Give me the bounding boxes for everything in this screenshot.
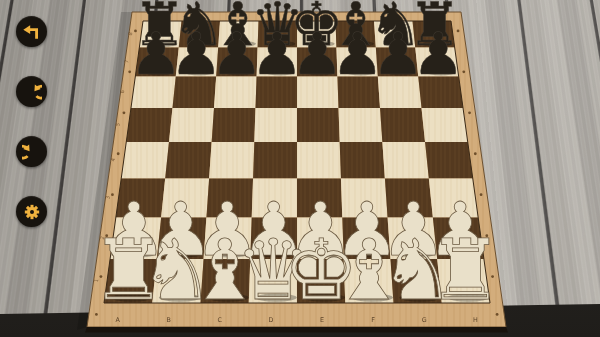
square-c5[interactable]: [212, 108, 256, 142]
undo-button[interactable]: [16, 136, 47, 167]
square-f5[interactable]: [339, 108, 383, 142]
board-front-face: [85, 327, 508, 333]
frame-screw: [474, 152, 477, 155]
restart-clockwise-icon: [22, 82, 42, 102]
chess-board: ABCDEFGH87654321♜♞♝♛♚♝♞♜♟♟♟♟♟♟♟♟♟♟♟♟♟♟♟♟…: [0, 0, 600, 337]
game-scene: ABCDEFGH87654321♜♞♝♛♚♝♞♜♟♟♟♟♟♟♟♟♟♟♟♟♟♟♟♟…: [0, 0, 600, 337]
square-a5[interactable]: [126, 108, 172, 142]
square-b5[interactable]: [169, 108, 214, 142]
frame-screw: [123, 111, 126, 114]
frame-screw: [468, 111, 471, 114]
square-e5[interactable]: [297, 108, 340, 142]
restart-button[interactable]: [16, 76, 47, 107]
back-arrow-icon: [22, 22, 42, 42]
square-c4[interactable]: [209, 142, 254, 179]
back-button[interactable]: [16, 16, 47, 47]
square-d4[interactable]: [253, 142, 297, 179]
settings-button[interactable]: [16, 196, 47, 227]
piece-black-pawn-h7[interactable]: ♟: [412, 20, 464, 88]
frame-screw: [117, 152, 120, 155]
piece-white-rook-h1[interactable]: ♜: [428, 221, 503, 319]
gear-icon: [22, 202, 42, 222]
square-g4[interactable]: [382, 142, 428, 179]
square-e4[interactable]: [297, 142, 341, 179]
square-h5[interactable]: [422, 108, 468, 142]
square-a4[interactable]: [121, 142, 169, 179]
square-d5[interactable]: [254, 108, 297, 142]
undo-counterclockwise-icon: [22, 142, 42, 162]
square-f4[interactable]: [340, 142, 385, 179]
square-g5[interactable]: [380, 108, 425, 142]
square-h4[interactable]: [425, 142, 473, 179]
square-b4[interactable]: [165, 142, 211, 179]
